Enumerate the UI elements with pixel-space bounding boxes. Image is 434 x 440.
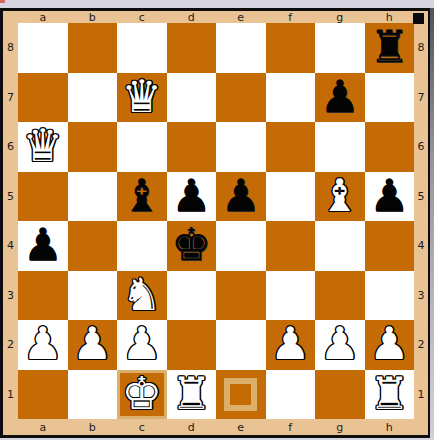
square-b4[interactable] [68,221,118,271]
chess-board[interactable]: ♜♛♟♛♝♟♟♝♟♟♚♞♟♟♟♟♟♟♚♜♜ [18,23,414,419]
square-e7[interactable] [216,73,266,123]
square-h8[interactable]: ♜ [365,23,415,73]
square-c8[interactable] [117,23,167,73]
square-f6[interactable] [266,122,316,172]
rank-label-3: 3 [418,289,425,302]
piece-black-pawn[interactable]: ♟ [369,173,409,218]
rank-labels-left: 87654321 [3,23,18,419]
square-g3[interactable] [315,271,365,321]
square-h4[interactable] [365,221,415,271]
rank-label-6: 6 [418,140,425,153]
square-b3[interactable] [68,271,118,321]
square-g1[interactable] [315,370,365,420]
square-f7[interactable] [266,73,316,123]
square-h7[interactable] [365,73,415,123]
piece-white-pawn[interactable]: ♟ [270,321,310,366]
piece-black-pawn[interactable]: ♟ [171,173,211,218]
square-b5[interactable] [68,172,118,222]
rank-label-2: 2 [418,338,425,351]
rank-label-3: 3 [7,289,14,302]
square-d5[interactable]: ♟ [167,172,217,222]
square-a4[interactable]: ♟ [18,221,68,271]
square-g2[interactable]: ♟ [315,320,365,370]
rank-label-5: 5 [7,190,14,203]
rank-label-8: 8 [418,41,425,54]
square-d7[interactable] [167,73,217,123]
square-c6[interactable] [117,122,167,172]
piece-black-bishop[interactable]: ♝ [122,173,162,218]
square-c5[interactable]: ♝ [117,172,167,222]
square-a3[interactable] [18,271,68,321]
piece-white-pawn[interactable]: ♟ [369,321,409,366]
file-label-e: e [237,421,244,434]
square-b8[interactable] [68,23,118,73]
square-g4[interactable] [315,221,365,271]
square-f5[interactable] [266,172,316,222]
square-g8[interactable] [315,23,365,73]
file-label-a: a [39,421,46,434]
rank-label-8: 8 [7,41,14,54]
rank-label-5: 5 [418,190,425,203]
piece-white-pawn[interactable]: ♟ [23,321,63,366]
file-labels-bottom: abcdefgh [18,419,414,435]
move-origin-marker [224,378,257,411]
square-c2[interactable]: ♟ [117,320,167,370]
rank-labels-right: 87654321 [414,23,428,419]
square-h6[interactable] [365,122,415,172]
piece-white-pawn[interactable]: ♟ [72,321,112,366]
file-label-d: d [188,421,195,434]
square-d4[interactable]: ♚ [167,221,217,271]
square-g6[interactable] [315,122,365,172]
piece-black-king[interactable]: ♚ [171,222,211,267]
piece-black-pawn[interactable]: ♟ [320,74,360,119]
square-b2[interactable]: ♟ [68,320,118,370]
square-d3[interactable] [167,271,217,321]
piece-white-rook[interactable]: ♜ [171,371,211,416]
square-e5[interactable]: ♟ [216,172,266,222]
rank-label-2: 2 [7,338,14,351]
square-h5[interactable]: ♟ [365,172,415,222]
board-frame: abcdefgh 87654321 ♜♛♟♛♝♟♟♝♟♟♚♞♟♟♟♟♟♟♚♜♜ … [3,11,428,435]
piece-black-rook[interactable]: ♜ [369,24,409,69]
square-c1[interactable]: ♚ [117,370,167,420]
square-b7[interactable] [68,73,118,123]
square-b6[interactable] [68,122,118,172]
square-h1[interactable]: ♜ [365,370,415,420]
piece-white-queen[interactable]: ♛ [23,123,63,168]
square-e2[interactable] [216,320,266,370]
square-f2[interactable]: ♟ [266,320,316,370]
black-to-move-indicator [413,13,424,24]
square-f4[interactable] [266,221,316,271]
rank-label-1: 1 [7,388,14,401]
square-g5[interactable]: ♝ [315,172,365,222]
screenshot-artifact-dot [0,0,5,3]
square-h3[interactable] [365,271,415,321]
square-a8[interactable] [18,23,68,73]
square-c7[interactable]: ♛ [117,73,167,123]
board-window: abcdefgh 87654321 ♜♛♟♛♝♟♟♝♟♟♚♞♟♟♟♟♟♟♚♜♜ … [0,8,431,438]
square-a5[interactable] [18,172,68,222]
square-e8[interactable] [216,23,266,73]
square-f3[interactable] [266,271,316,321]
rank-label-4: 4 [7,239,14,252]
square-d6[interactable] [167,122,217,172]
piece-white-pawn[interactable]: ♟ [320,321,360,366]
square-h2[interactable]: ♟ [365,320,415,370]
square-e1[interactable] [216,370,266,420]
piece-white-bishop[interactable]: ♝ [320,173,360,218]
file-label-g: g [336,421,343,434]
square-f1[interactable] [266,370,316,420]
square-d2[interactable] [167,320,217,370]
piece-black-pawn[interactable]: ♟ [23,222,63,267]
rank-label-6: 6 [7,140,14,153]
piece-white-queen[interactable]: ♛ [122,74,162,119]
square-b1[interactable] [68,370,118,420]
square-c3[interactable]: ♞ [117,271,167,321]
file-label-b: b [89,421,96,434]
square-e6[interactable] [216,122,266,172]
square-d1[interactable]: ♜ [167,370,217,420]
rank-label-7: 7 [7,91,14,104]
screen: abcdefgh 87654321 ♜♛♟♛♝♟♟♝♟♟♚♞♟♟♟♟♟♟♚♜♜ … [0,0,434,440]
square-d8[interactable] [167,23,217,73]
rank-label-4: 4 [418,239,425,252]
square-e3[interactable] [216,271,266,321]
window-edge-shadow [430,8,434,438]
square-c4[interactable] [117,221,167,271]
square-a7[interactable] [18,73,68,123]
square-g7[interactable]: ♟ [315,73,365,123]
file-label-h: h [386,421,393,434]
square-e4[interactable] [216,221,266,271]
rank-label-1: 1 [418,388,425,401]
square-a2[interactable]: ♟ [18,320,68,370]
square-a6[interactable]: ♛ [18,122,68,172]
piece-black-pawn[interactable]: ♟ [221,173,261,218]
rank-label-7: 7 [418,91,425,104]
piece-white-rook[interactable]: ♜ [369,371,409,416]
file-label-f: f [288,421,292,434]
square-f8[interactable] [266,23,316,73]
piece-white-knight[interactable]: ♞ [122,272,162,317]
file-labels-top: abcdefgh [18,11,414,23]
file-label-c: c [139,421,145,434]
piece-white-king[interactable]: ♚ [122,371,162,416]
square-a1[interactable] [18,370,68,420]
piece-white-pawn[interactable]: ♟ [122,321,162,366]
